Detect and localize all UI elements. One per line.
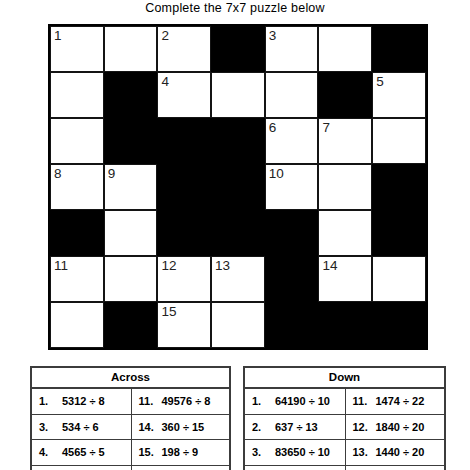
clue-number: 14. [139, 421, 162, 433]
block-cell-r3c2 [104, 118, 158, 164]
block-cell-r5c7 [372, 210, 426, 256]
block-cell-r1c7 [372, 26, 426, 72]
block-cell-r4c7 [372, 164, 426, 210]
answer-cell-r3c6[interactable]: 7 [318, 118, 372, 164]
block-cell-r5c4 [211, 210, 265, 256]
down-clue-row-4: 5.217 ÷ 7 [245, 466, 444, 470]
down-header: Down [245, 368, 444, 389]
clue-expression: 360 ÷ 15 [162, 421, 205, 433]
answer-cell-r7c3[interactable]: 15 [157, 302, 211, 348]
block-cell-r3c3 [157, 118, 211, 164]
answer-cell-r2c7[interactable]: 5 [372, 72, 426, 118]
worksheet-page: { "title": "Complete the 7x7 puzzle belo… [0, 0, 470, 470]
across-clue-cell-2-left: 3.534 ÷ 6 [32, 415, 131, 440]
clue-number: 3. [252, 446, 275, 458]
clue-expression: 5312 ÷ 8 [62, 395, 105, 407]
clue-number: 15. [139, 446, 162, 458]
clue-expression: 1840 ÷ 20 [376, 421, 425, 433]
down-clue-cell-2-right: 12.1840 ÷ 20 [345, 415, 445, 440]
block-cell-r7c2 [104, 302, 158, 348]
block-cell-r2c6 [318, 72, 372, 118]
block-cell-r5c3 [157, 210, 211, 256]
answer-cell-r1c2[interactable] [104, 26, 158, 72]
across-clue-row-1: 1.5312 ÷ 811.49576 ÷ 8 [32, 389, 229, 415]
clue-expression: 83650 ÷ 10 [275, 446, 330, 458]
clue-expression: 49576 ÷ 8 [162, 395, 211, 407]
answer-cell-r4c5[interactable]: 10 [265, 164, 319, 210]
down-clue-row-3: 3.83650 ÷ 1013.1440 ÷ 20 [245, 440, 444, 466]
answer-cell-r1c1[interactable]: 1 [50, 26, 104, 72]
answer-cell-r5c2[interactable] [104, 210, 158, 256]
block-cell-r7c5 [265, 302, 319, 348]
answer-cell-r2c5[interactable] [265, 72, 319, 118]
block-cell-r6c5 [265, 256, 319, 302]
answer-cell-r6c4[interactable]: 13 [211, 256, 265, 302]
down-clue-row-1: 1.64190 ÷ 1011.1474 ÷ 22 [245, 389, 444, 415]
block-cell-r7c7 [372, 302, 426, 348]
clue-number: 12. [353, 421, 376, 433]
answer-cell-r6c1[interactable]: 11 [50, 256, 104, 302]
clue-number: 2. [252, 421, 275, 433]
across-clue-row-2: 3.534 ÷ 614.360 ÷ 15 [32, 415, 229, 441]
across-clue-cell-4-right [131, 466, 230, 470]
clue-number: 11. [139, 395, 162, 407]
clue-number: 3. [39, 421, 62, 433]
answer-cell-r4c1[interactable]: 8 [50, 164, 104, 210]
answer-cell-r6c3[interactable]: 12 [157, 256, 211, 302]
clue-number: 1. [39, 395, 62, 407]
down-rows: 1.64190 ÷ 1011.1474 ÷ 222.637 ÷ 1312.184… [245, 389, 444, 470]
clue-expression: 534 ÷ 6 [62, 421, 99, 433]
block-cell-r7c6 [318, 302, 372, 348]
answer-cell-r4c2[interactable]: 9 [104, 164, 158, 210]
block-cell-r4c3 [157, 164, 211, 210]
page-title: Complete the 7x7 puzzle below [0, 1, 470, 15]
answer-cell-r6c7[interactable] [372, 256, 426, 302]
down-clue-cell-2-left: 2.637 ÷ 13 [245, 415, 345, 440]
across-clue-row-3: 4.4565 ÷ 515.198 ÷ 9 [32, 440, 229, 466]
clue-number: 13. [353, 446, 376, 458]
down-clue-row-2: 2.637 ÷ 1312.1840 ÷ 20 [245, 415, 444, 441]
across-clues-table: Across 1.5312 ÷ 811.49576 ÷ 83.534 ÷ 614… [30, 366, 231, 470]
answer-cell-r3c7[interactable] [372, 118, 426, 164]
clue-expression: 64190 ÷ 10 [275, 395, 330, 407]
answer-cell-r7c1[interactable] [50, 302, 104, 348]
block-cell-r1c4 [211, 26, 265, 72]
across-header: Across [32, 368, 229, 389]
clue-expression: 637 ÷ 13 [275, 421, 318, 433]
clue-expression: 4565 ÷ 5 [62, 446, 105, 458]
across-clue-cell-4-left: 6.4968 ÷ 8 [32, 466, 131, 470]
answer-cell-r1c5[interactable]: 3 [265, 26, 319, 72]
block-cell-r4c4 [211, 164, 265, 210]
across-rows: 1.5312 ÷ 811.49576 ÷ 83.534 ÷ 614.360 ÷ … [32, 389, 229, 470]
down-clue-cell-3-right: 13.1440 ÷ 20 [345, 440, 445, 465]
clue-expression: 1440 ÷ 20 [376, 446, 425, 458]
across-clue-cell-1-right: 11.49576 ÷ 8 [131, 389, 230, 414]
block-cell-r5c1 [50, 210, 104, 256]
block-cell-r5c5 [265, 210, 319, 256]
answer-cell-r7c4[interactable] [211, 302, 265, 348]
answer-cell-r1c6[interactable] [318, 26, 372, 72]
block-cell-r2c2 [104, 72, 158, 118]
answer-cell-r1c3[interactable]: 2 [157, 26, 211, 72]
clue-number: 1. [252, 395, 275, 407]
answer-cell-r5c6[interactable] [318, 210, 372, 256]
down-clue-cell-1-left: 1.64190 ÷ 10 [245, 389, 345, 414]
answer-cell-r2c3[interactable]: 4 [157, 72, 211, 118]
across-clue-row-4: 6.4968 ÷ 8 [32, 466, 229, 470]
down-clue-cell-4-right [345, 466, 445, 470]
crossword-grid: 123456789101112131415 [48, 24, 428, 350]
across-clue-cell-2-right: 14.360 ÷ 15 [131, 415, 230, 440]
answer-cell-r6c2[interactable] [104, 256, 158, 302]
block-cell-r3c4 [211, 118, 265, 164]
down-clues-table: Down 1.64190 ÷ 1011.1474 ÷ 222.637 ÷ 131… [243, 366, 446, 470]
down-clue-cell-3-left: 3.83650 ÷ 10 [245, 440, 345, 465]
answer-cell-r4c6[interactable] [318, 164, 372, 210]
clue-number: 4. [39, 446, 62, 458]
answer-cell-r3c1[interactable] [50, 118, 104, 164]
across-clue-cell-3-left: 4.4565 ÷ 5 [32, 440, 131, 465]
answer-cell-r3c5[interactable]: 6 [265, 118, 319, 164]
answer-cell-r2c4[interactable] [211, 72, 265, 118]
answer-cell-r6c6[interactable]: 14 [318, 256, 372, 302]
clue-expression: 1474 ÷ 22 [376, 395, 425, 407]
down-clue-cell-1-right: 11.1474 ÷ 22 [345, 389, 445, 414]
down-clue-cell-4-left: 5.217 ÷ 7 [245, 466, 345, 470]
across-clue-cell-1-left: 1.5312 ÷ 8 [32, 389, 131, 414]
across-clue-cell-3-right: 15.198 ÷ 9 [131, 440, 230, 465]
clue-number: 11. [353, 395, 376, 407]
clue-expression: 198 ÷ 9 [162, 446, 199, 458]
answer-cell-r2c1[interactable] [50, 72, 104, 118]
